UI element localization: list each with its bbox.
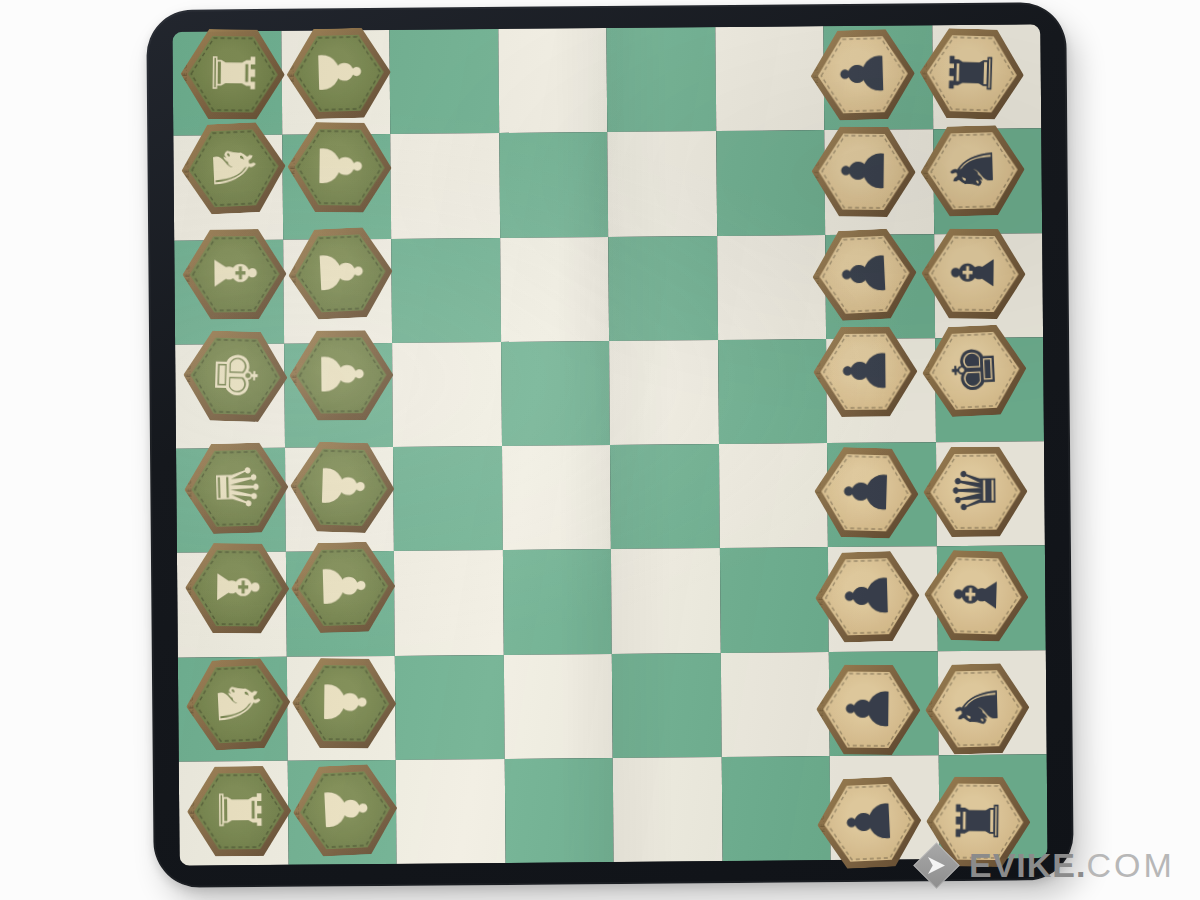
patch-black-king[interactable]: EVIKE.COM♚ [920, 323, 1028, 418]
patch-white-pawn[interactable]: EVIKE.COM♟ [289, 330, 394, 421]
black-pawn-glyph: ♟ [838, 569, 897, 623]
chess-mat: EVIKE.COM♜EVIKE.COM♞EVIKE.COM♝EVIKE.COM♚… [146, 2, 1074, 888]
white-bishop-glyph: ♝ [205, 247, 263, 300]
patch-rim-text: EVIKE.COM [924, 472, 931, 512]
patch-white-pawn[interactable]: EVIKE.COM♟ [291, 763, 399, 858]
patch-rim-text: EVIKE.COM [811, 56, 819, 96]
patch-black-pawn[interactable]: EVIKE.COM♟ [811, 126, 916, 217]
white-rook-glyph: ♜ [203, 47, 262, 100]
patch-rim-text: EVIKE.COM [183, 355, 191, 395]
patch-white-pawn[interactable]: EVIKE.COM♟ [289, 441, 396, 534]
patch-rim-text: EVIKE.COM [288, 147, 295, 187]
patch-rim-text: EVIKE.COM [291, 569, 299, 609]
black-knight-glyph: ♞ [943, 143, 1002, 197]
patch-rim-text: EVIKE.COM [927, 801, 934, 841]
watermark: EVIKE. COM [914, 840, 1175, 890]
black-bishop-glyph: ♝ [944, 246, 1003, 299]
patch-black-pawn[interactable]: EVIKE.COM♟ [810, 28, 916, 121]
black-queen-glyph: ♛ [946, 464, 1004, 517]
patch-black-bishop[interactable]: EVIKE.COM♝ [921, 228, 1026, 319]
black-pawn-glyph: ♟ [839, 682, 898, 735]
white-pawn-glyph: ♟ [313, 459, 373, 513]
white-pawn-glyph: ♟ [315, 676, 374, 729]
patch-white-rook[interactable]: EVIKE.COM♜ [187, 766, 292, 857]
patch-rim-text: EVIKE.COM [920, 52, 928, 92]
patch-rim-text: EVIKE.COM [183, 255, 190, 295]
patch-rim-text: EVIKE.COM [186, 686, 195, 726]
patch-rim-text: EVIKE.COM [181, 150, 190, 190]
patch-black-bishop[interactable]: EVIKE.COM♝ [923, 549, 1030, 642]
black-knight-glyph: ♞ [948, 681, 1007, 735]
patch-white-knight[interactable]: EVIKE.COM♞ [184, 657, 292, 752]
white-pawn-glyph: ♟ [315, 782, 375, 837]
black-pawn-glyph: ♟ [839, 794, 899, 849]
white-rook-glyph: ♜ [210, 784, 268, 837]
patch-black-pawn[interactable]: EVIKE.COM♟ [810, 227, 918, 322]
patch-black-pawn[interactable]: EVIKE.COM♟ [816, 664, 921, 755]
patch-rim-text: EVIKE.COM [188, 792, 195, 832]
patch-rim-text: EVIKE.COM [181, 54, 188, 94]
board-area: EVIKE.COM♜EVIKE.COM♞EVIKE.COM♝EVIKE.COM♚… [172, 24, 1047, 866]
patch-rim-text: EVIKE.COM [293, 683, 300, 723]
patch-rim-text: EVIKE.COM [293, 792, 302, 832]
patch-black-queen[interactable]: EVIKE.COM♛ [923, 446, 1028, 537]
patch-white-king[interactable]: EVIKE.COM♚ [182, 330, 289, 423]
patch-rim-text: EVIKE.COM [290, 356, 297, 396]
patch-black-knight[interactable]: EVIKE.COM♞ [924, 662, 1030, 755]
white-pawn-glyph: ♟ [313, 559, 372, 613]
patch-rim-text: EVIKE.COM [184, 470, 192, 510]
patch-rim-text: EVIKE.COM [815, 578, 823, 618]
white-knight-glyph: ♞ [203, 140, 263, 195]
patch-rim-text: EVIKE.COM [922, 253, 929, 293]
patch-white-knight[interactable]: EVIKE.COM♞ [180, 121, 288, 216]
patch-white-pawn[interactable]: EVIKE.COM♟ [286, 226, 394, 321]
white-knight-glyph: ♞ [208, 676, 268, 731]
patch-rim-text: EVIKE.COM [814, 471, 822, 511]
watermark-brand-light: COM [1086, 846, 1174, 885]
black-bishop-glyph: ♝ [947, 568, 1007, 622]
watermark-brand-bold: EVIKE. [969, 846, 1086, 885]
white-queen-glyph: ♛ [207, 460, 266, 514]
patch-rim-text: EVIKE.COM [924, 574, 932, 614]
patch-white-pawn[interactable]: EVIKE.COM♟ [292, 658, 397, 749]
photo-canvas: EVIKE.COM♜EVIKE.COM♞EVIKE.COM♝EVIKE.COM♚… [0, 0, 1200, 900]
patch-white-pawn[interactable]: EVIKE.COM♟ [287, 122, 392, 213]
patch-rim-text: EVIKE.COM [290, 466, 298, 506]
white-bishop-glyph: ♝ [208, 561, 267, 614]
patch-black-rook[interactable]: EVIKE.COM♜ [918, 27, 1025, 120]
patch-rim-text: EVIKE.COM [288, 255, 297, 295]
patch-white-pawn[interactable]: EVIKE.COM♟ [286, 27, 392, 120]
black-pawn-glyph: ♟ [833, 47, 892, 101]
white-pawn-glyph: ♟ [310, 245, 370, 300]
patch-rim-text: EVIKE.COM [922, 353, 931, 393]
patch-rim-text: EVIKE.COM [817, 689, 824, 729]
patch-layer: EVIKE.COM♜EVIKE.COM♞EVIKE.COM♝EVIKE.COM♚… [172, 24, 1047, 866]
patch-black-pawn[interactable]: EVIKE.COM♟ [813, 326, 918, 417]
patch-white-bishop[interactable]: EVIKE.COM♝ [185, 543, 290, 634]
white-pawn-glyph: ♟ [309, 45, 368, 99]
patch-rim-text: EVIKE.COM [287, 55, 295, 95]
patch-black-knight[interactable]: EVIKE.COM♞ [919, 124, 1025, 217]
black-pawn-glyph: ♟ [834, 144, 893, 197]
black-pawn-glyph: ♟ [834, 246, 894, 301]
patch-rim-text: EVIKE.COM [186, 568, 193, 608]
patch-black-pawn[interactable]: EVIKE.COM♟ [813, 446, 920, 539]
patch-white-pawn[interactable]: EVIKE.COM♟ [290, 541, 396, 634]
patch-rim-text: EVIKE.COM [925, 690, 933, 730]
black-rook-glyph: ♜ [942, 46, 1002, 100]
patch-rim-text: EVIKE.COM [921, 152, 929, 192]
patch-rim-text: EVIKE.COM [814, 352, 821, 392]
white-pawn-glyph: ♟ [312, 348, 370, 401]
patch-white-rook[interactable]: EVIKE.COM♜ [180, 29, 285, 120]
patch-rim-text: EVIKE.COM [812, 257, 821, 297]
patch-rim-text: EVIKE.COM [817, 805, 826, 845]
patch-rim-text: EVIKE.COM [812, 151, 819, 191]
black-king-glyph: ♚ [944, 342, 1004, 397]
evike-logo-chevron-icon [928, 857, 945, 874]
patch-black-pawn[interactable]: EVIKE.COM♟ [814, 550, 920, 643]
patch-white-bishop[interactable]: EVIKE.COM♝ [182, 229, 287, 320]
evike-diamond-logo-icon [913, 842, 960, 889]
patch-white-queen[interactable]: EVIKE.COM♛ [183, 442, 289, 535]
black-pawn-glyph: ♟ [836, 344, 894, 397]
black-pawn-glyph: ♟ [837, 465, 897, 519]
white-king-glyph: ♚ [206, 348, 266, 402]
white-pawn-glyph: ♟ [310, 140, 369, 193]
patch-black-pawn[interactable]: EVIKE.COM♟ [815, 775, 923, 870]
